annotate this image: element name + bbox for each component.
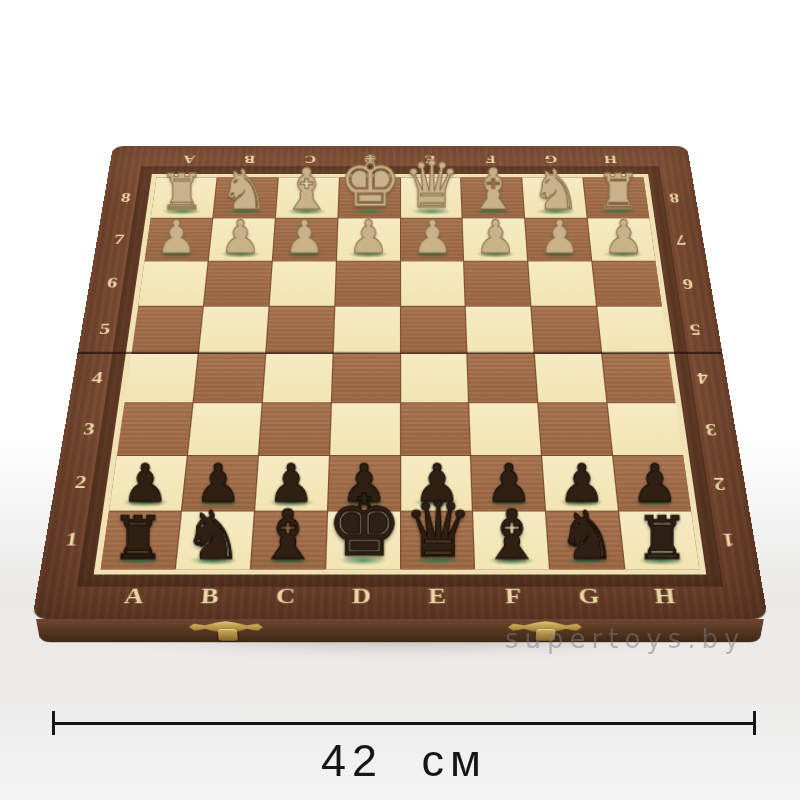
photo-watermark: supertoys.by [505,624,745,654]
square-d3[interactable] [330,404,400,456]
square-c3[interactable] [259,404,331,456]
file-label-f: F [475,579,553,615]
brass-latch-left [188,621,264,642]
square-e3[interactable] [401,404,471,456]
square-a1[interactable]: ♜ [101,512,181,570]
piece-black-queen[interactable]: ♛ [401,494,475,568]
piece-white-pawn[interactable]: ♟ [209,215,272,259]
rank-label-7: 7 [658,218,705,261]
square-b7[interactable]: ♟ [209,218,275,260]
square-f1[interactable]: ♝ [474,512,550,570]
square-c4[interactable] [263,354,333,403]
square-g6[interactable] [529,261,597,305]
piece-white-queen[interactable]: ♛ [401,155,462,216]
square-b5[interactable] [199,306,268,353]
square-a3[interactable] [117,404,192,456]
square-h5[interactable] [597,306,668,353]
square-f4[interactable] [468,354,538,403]
square-b4[interactable] [193,354,264,403]
square-g5[interactable] [532,306,601,353]
product-photo-chess-set: ♜♞♝♚♛♝♞♜♟♟♟♟♟♟♟♟♟♟♟♟♟♟♟♟♜♞♝♚♛♝♞♜ ABCDEFG… [0,0,800,800]
square-c6[interactable] [269,261,335,305]
file-label-g: G [550,579,629,615]
piece-white-pawn[interactable]: ♟ [401,215,464,259]
piece-white-bishop[interactable]: ♝ [276,162,337,216]
dimension-label: 42 см [52,735,756,787]
file-label-e: E [400,579,476,615]
piece-black-knight[interactable]: ♞ [176,504,250,567]
latch-clasp-icon [217,629,237,641]
rank-label-3: 3 [685,403,738,455]
dimension-annotation: 42 см [52,711,756,791]
square-a6[interactable] [138,261,207,305]
square-d1[interactable]: ♚ [326,512,400,570]
square-a5[interactable] [132,306,203,353]
file-label-c: C [247,579,325,615]
square-c5[interactable] [266,306,334,353]
piece-white-knight[interactable]: ♞ [213,164,274,216]
piece-black-king[interactable]: ♚ [326,487,400,568]
dimension-tick-right [753,711,756,735]
square-f5[interactable] [466,306,534,353]
file-labels-bottom: ABCDEFGH [94,579,706,615]
square-g4[interactable] [535,354,606,403]
piece-white-pawn[interactable]: ♟ [273,215,336,259]
square-c1[interactable]: ♝ [251,512,327,570]
playing-field: ♜♞♝♚♛♝♞♜♟♟♟♟♟♟♟♟♟♟♟♟♟♟♟♟♜♞♝♚♛♝♞♜ [94,174,707,574]
piece-white-rook[interactable]: ♜ [588,169,649,217]
file-label-a: A [94,579,174,615]
piece-white-pawn[interactable]: ♟ [592,215,655,259]
rank-label-4: 4 [71,353,122,403]
square-c7[interactable]: ♟ [273,218,337,260]
square-h4[interactable] [602,354,675,403]
square-a4[interactable] [124,354,197,403]
rank-label-2: 2 [693,455,747,510]
square-e5[interactable] [401,306,467,353]
piece-white-king[interactable]: ♚ [338,149,399,216]
square-f7[interactable]: ♟ [463,218,527,260]
square-b1[interactable]: ♞ [176,512,254,570]
square-f6[interactable] [465,261,531,305]
piece-black-rook[interactable]: ♜ [625,510,699,567]
square-g3[interactable] [539,404,612,456]
rank-label-8: 8 [103,177,149,218]
piece-white-pawn[interactable]: ♟ [337,215,400,259]
piece-white-pawn[interactable]: ♟ [528,215,591,259]
square-g7[interactable]: ♟ [525,218,591,260]
rank-label-1: 1 [43,511,99,570]
piece-white-knight[interactable]: ♞ [525,164,586,216]
piece-black-knight[interactable]: ♞ [550,504,624,567]
square-h1[interactable]: ♜ [619,512,699,570]
piece-black-pawn[interactable]: ♟ [619,459,691,509]
square-a7[interactable]: ♟ [145,218,212,260]
square-d4[interactable] [332,354,400,403]
rank-label-1: 1 [701,511,757,570]
rank-label-3: 3 [62,403,115,455]
chess-board: ♜♞♝♚♛♝♞♜♟♟♟♟♟♟♟♟♟♟♟♟♟♟♟♟♜♞♝♚♛♝♞♜ ABCDEFG… [32,146,768,619]
rank-label-8: 8 [652,177,698,218]
square-g1[interactable]: ♞ [546,512,624,570]
rank-label-6: 6 [88,261,136,306]
rank-label-4: 4 [678,353,729,403]
square-d7[interactable]: ♟ [337,218,400,260]
file-label-d: D [324,579,400,615]
square-b3[interactable] [188,404,261,456]
square-d6[interactable] [335,261,399,305]
piece-black-bishop[interactable]: ♝ [476,502,550,567]
square-h6[interactable] [592,261,661,305]
square-e6[interactable] [401,261,465,305]
piece-white-bishop[interactable]: ♝ [463,162,524,216]
rank-label-2: 2 [53,455,107,510]
piece-black-pawn[interactable]: ♟ [109,459,181,509]
square-b6[interactable] [204,261,272,305]
piece-white-rook[interactable]: ♜ [151,169,212,217]
rank-label-7: 7 [95,218,142,261]
square-e4[interactable] [401,354,469,403]
square-d5[interactable] [333,306,399,353]
rank-label-5: 5 [80,306,130,353]
square-e7[interactable]: ♟ [401,218,464,260]
dimension-line [52,722,756,725]
piece-black-bishop[interactable]: ♝ [251,502,325,567]
file-label-b: B [171,579,250,615]
fold-seam [77,352,722,354]
rank-label-6: 6 [664,261,712,306]
piece-black-rook[interactable]: ♜ [101,510,175,567]
piece-white-pawn[interactable]: ♟ [145,215,208,259]
square-h7[interactable]: ♟ [588,218,655,260]
square-h3[interactable] [608,404,683,456]
rank-label-5: 5 [671,306,721,353]
piece-white-pawn[interactable]: ♟ [464,215,527,259]
square-f3[interactable] [470,404,542,456]
file-label-h: H [625,579,705,615]
square-e1[interactable]: ♛ [401,512,475,570]
